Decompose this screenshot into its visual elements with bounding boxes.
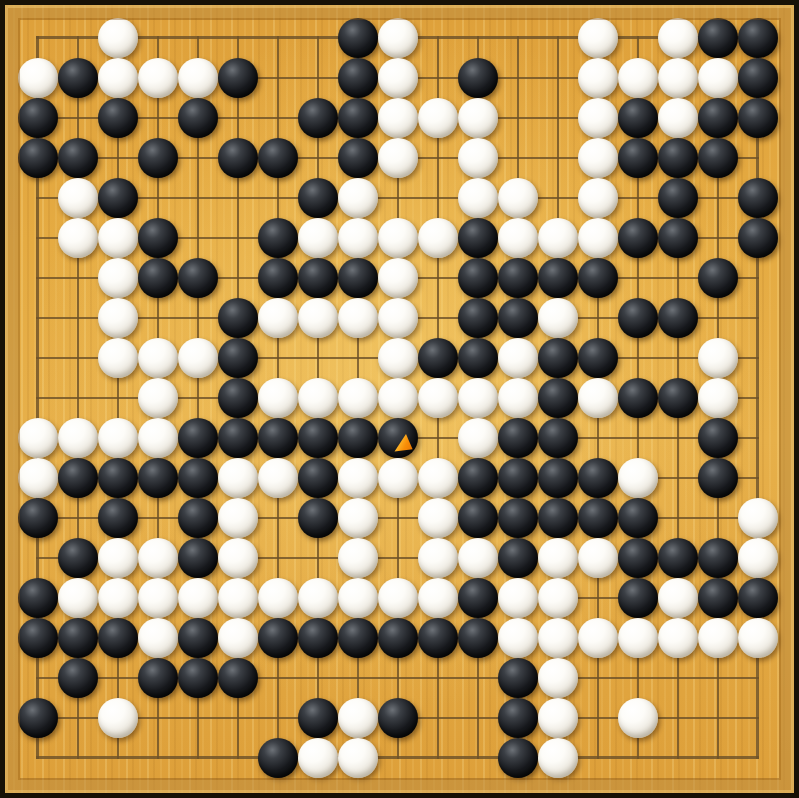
stone-white <box>218 498 258 538</box>
stone-black <box>178 258 218 298</box>
stone-black <box>218 378 258 418</box>
stone-white <box>578 138 618 178</box>
stone-white <box>298 378 338 418</box>
stone-black <box>738 18 778 58</box>
stone-black <box>138 458 178 498</box>
stone-black <box>338 138 378 178</box>
stone-white <box>138 578 178 618</box>
stone-white <box>538 618 578 658</box>
stone-black <box>178 618 218 658</box>
stone-black <box>58 658 98 698</box>
stone-white <box>458 98 498 138</box>
stone-black <box>618 298 658 338</box>
stone-white <box>58 218 98 258</box>
stone-white <box>418 538 458 578</box>
stone-black <box>458 258 498 298</box>
stone-white <box>458 418 498 458</box>
stone-black <box>738 98 778 138</box>
stone-black <box>58 618 98 658</box>
stone-white <box>498 178 538 218</box>
stone-black <box>258 738 298 778</box>
stone-white <box>418 378 458 418</box>
stone-white <box>378 298 418 338</box>
stone-white <box>138 538 178 578</box>
stone-black <box>98 618 138 658</box>
stone-white <box>578 18 618 58</box>
stone-black <box>498 298 538 338</box>
stone-black <box>578 458 618 498</box>
stone-white <box>658 98 698 138</box>
stone-white <box>538 698 578 738</box>
stone-black <box>138 658 178 698</box>
stone-black <box>538 338 578 378</box>
stone-black <box>498 258 538 298</box>
stone-black <box>98 178 138 218</box>
stone-black <box>178 98 218 138</box>
go-app-screen <box>0 0 799 798</box>
stone-white <box>538 298 578 338</box>
stone-black <box>18 98 58 138</box>
stone-black <box>338 98 378 138</box>
stone-white <box>338 698 378 738</box>
stone-black <box>298 418 338 458</box>
stone-black <box>698 458 738 498</box>
stone-white <box>378 58 418 98</box>
stone-white <box>378 258 418 298</box>
stone-white <box>738 618 778 658</box>
stone-black <box>698 258 738 298</box>
stone-white <box>578 58 618 98</box>
stone-white <box>418 218 458 258</box>
stone-white <box>658 618 698 658</box>
stone-black <box>538 458 578 498</box>
stone-white <box>138 378 178 418</box>
stone-white <box>138 338 178 378</box>
stone-white <box>378 98 418 138</box>
stone-black <box>538 378 578 418</box>
stone-white <box>258 298 298 338</box>
stone-white <box>698 618 738 658</box>
stone-white <box>578 218 618 258</box>
stone-white <box>418 458 458 498</box>
stone-white <box>98 578 138 618</box>
go-board[interactable] <box>0 0 799 798</box>
stone-black <box>658 178 698 218</box>
stone-black <box>218 138 258 178</box>
stone-white <box>258 578 298 618</box>
stone-black <box>618 578 658 618</box>
stone-white <box>698 378 738 418</box>
stone-black <box>178 658 218 698</box>
stone-white <box>18 458 58 498</box>
stone-white <box>618 58 658 98</box>
stone-white <box>98 338 138 378</box>
stone-white <box>658 578 698 618</box>
stone-black <box>458 498 498 538</box>
stone-white <box>418 98 458 138</box>
stone-black <box>378 618 418 658</box>
stone-black <box>178 538 218 578</box>
stone-black <box>298 458 338 498</box>
stone-white <box>338 578 378 618</box>
stone-white <box>338 458 378 498</box>
stone-white <box>338 498 378 538</box>
stone-white <box>298 218 338 258</box>
stone-black <box>258 618 298 658</box>
stone-black <box>258 138 298 178</box>
stone-white <box>498 338 538 378</box>
stone-white <box>338 738 378 778</box>
stone-white <box>538 738 578 778</box>
stone-white <box>178 338 218 378</box>
stone-black <box>658 538 698 578</box>
stone-black <box>578 338 618 378</box>
stone-black <box>458 58 498 98</box>
stone-white <box>378 578 418 618</box>
stone-white <box>698 58 738 98</box>
stone-black <box>658 138 698 178</box>
stone-white <box>138 418 178 458</box>
stone-white <box>338 538 378 578</box>
stone-black <box>538 498 578 538</box>
stone-black <box>498 538 538 578</box>
stone-black <box>738 218 778 258</box>
stone-black <box>458 338 498 378</box>
stone-white <box>378 458 418 498</box>
stone-white <box>98 218 138 258</box>
stone-black <box>658 218 698 258</box>
stone-black <box>538 258 578 298</box>
stone-white <box>618 698 658 738</box>
stone-white <box>218 618 258 658</box>
stone-white <box>138 618 178 658</box>
stone-white <box>378 218 418 258</box>
stone-white <box>458 538 498 578</box>
stone-black <box>738 178 778 218</box>
stone-black <box>698 418 738 458</box>
stone-black <box>698 98 738 138</box>
stone-black <box>298 258 338 298</box>
stone-black <box>138 258 178 298</box>
stone-white <box>578 178 618 218</box>
stone-black <box>578 258 618 298</box>
stone-black <box>178 498 218 538</box>
stone-white <box>258 458 298 498</box>
stone-black <box>498 738 538 778</box>
stone-white <box>98 298 138 338</box>
stone-black <box>698 18 738 58</box>
stone-white <box>458 138 498 178</box>
stone-white <box>418 578 458 618</box>
stone-black <box>98 498 138 538</box>
stone-white <box>298 738 338 778</box>
stone-white <box>218 458 258 498</box>
stone-white <box>338 178 378 218</box>
stone-black <box>98 458 138 498</box>
stone-black <box>298 98 338 138</box>
stone-black <box>178 458 218 498</box>
stone-white <box>578 378 618 418</box>
stone-black <box>618 138 658 178</box>
stone-white <box>538 218 578 258</box>
stone-white <box>578 98 618 138</box>
stone-black <box>618 218 658 258</box>
stone-black <box>378 418 418 458</box>
stone-black <box>218 298 258 338</box>
stone-white <box>18 418 58 458</box>
stone-white <box>98 538 138 578</box>
grid-line-horizontal <box>36 756 759 759</box>
stone-black <box>498 698 538 738</box>
stone-white <box>658 58 698 98</box>
stone-white <box>378 378 418 418</box>
stone-white <box>538 658 578 698</box>
stone-black <box>618 498 658 538</box>
stone-black <box>698 538 738 578</box>
stone-black <box>498 418 538 458</box>
stone-white <box>618 458 658 498</box>
stone-black <box>338 58 378 98</box>
stone-black <box>298 618 338 658</box>
stone-black <box>458 618 498 658</box>
stone-white <box>578 618 618 658</box>
stone-black <box>458 218 498 258</box>
stone-white <box>98 258 138 298</box>
stone-black <box>578 498 618 538</box>
stone-white <box>338 298 378 338</box>
stone-white <box>258 378 298 418</box>
stone-black <box>258 418 298 458</box>
last-move-marker <box>393 431 414 453</box>
stone-white <box>58 178 98 218</box>
stone-white <box>378 18 418 58</box>
stone-white <box>338 378 378 418</box>
stone-black <box>738 578 778 618</box>
stone-white <box>738 498 778 538</box>
stone-black <box>258 218 298 258</box>
stone-white <box>298 578 338 618</box>
stone-black <box>18 698 58 738</box>
stone-white <box>178 58 218 98</box>
stone-black <box>18 138 58 178</box>
stone-black <box>258 258 298 298</box>
stone-white <box>498 378 538 418</box>
stone-black <box>58 58 98 98</box>
stone-white <box>178 578 218 618</box>
stone-white <box>578 538 618 578</box>
stone-white <box>418 498 458 538</box>
stone-black <box>338 18 378 58</box>
stone-black <box>458 458 498 498</box>
stone-black <box>498 498 538 538</box>
stone-black <box>658 298 698 338</box>
stone-black <box>18 498 58 538</box>
stone-white <box>98 418 138 458</box>
stone-black <box>18 578 58 618</box>
stone-black <box>58 138 98 178</box>
stone-black <box>418 618 458 658</box>
stone-white <box>98 18 138 58</box>
stone-white <box>498 578 538 618</box>
stone-black <box>338 418 378 458</box>
stone-black <box>298 178 338 218</box>
stone-black <box>138 138 178 178</box>
stone-white <box>218 538 258 578</box>
stone-white <box>698 338 738 378</box>
stone-black <box>738 58 778 98</box>
stone-black <box>218 658 258 698</box>
stone-white <box>58 578 98 618</box>
stone-black <box>538 418 578 458</box>
stone-white <box>378 138 418 178</box>
stone-white <box>138 58 178 98</box>
stone-white <box>618 618 658 658</box>
stone-white <box>378 338 418 378</box>
stone-white <box>498 218 538 258</box>
stone-white <box>498 618 538 658</box>
stone-white <box>738 538 778 578</box>
stone-black <box>618 98 658 138</box>
stone-white <box>58 418 98 458</box>
stone-black <box>698 578 738 618</box>
stone-white <box>338 218 378 258</box>
stone-white <box>658 18 698 58</box>
stone-black <box>18 618 58 658</box>
stone-white <box>98 698 138 738</box>
stone-black <box>618 538 658 578</box>
stone-black <box>338 618 378 658</box>
stone-black <box>338 258 378 298</box>
stone-black <box>58 538 98 578</box>
stone-black <box>498 658 538 698</box>
stone-white <box>538 578 578 618</box>
stone-black <box>218 58 258 98</box>
stone-black <box>498 458 538 498</box>
stone-black <box>218 418 258 458</box>
stone-black <box>418 338 458 378</box>
stone-black <box>298 698 338 738</box>
stone-black <box>378 698 418 738</box>
stone-white <box>538 538 578 578</box>
stone-black <box>698 138 738 178</box>
stone-white <box>298 298 338 338</box>
stone-white <box>458 378 498 418</box>
stone-black <box>218 338 258 378</box>
stone-black <box>298 498 338 538</box>
stone-black <box>58 458 98 498</box>
stone-black <box>178 418 218 458</box>
stone-white <box>98 58 138 98</box>
stone-black <box>618 378 658 418</box>
stone-white <box>458 178 498 218</box>
stone-black <box>138 218 178 258</box>
stone-black <box>658 378 698 418</box>
stone-white <box>18 58 58 98</box>
stone-black <box>458 298 498 338</box>
stone-black <box>98 98 138 138</box>
stone-black <box>458 578 498 618</box>
stone-white <box>218 578 258 618</box>
